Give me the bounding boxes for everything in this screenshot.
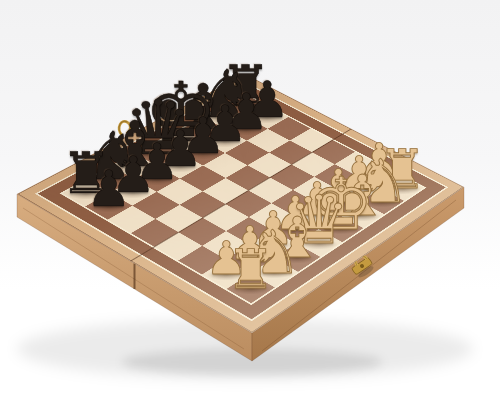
white-rook-a1: ♜ xyxy=(227,243,275,297)
chess-set-photo: ♜♞♝♛♚♝♞♜♟♟♟♟♟♟♟♟♟♟♟♟♟♟♟♟♜♞♝♛♚♝♞♜ xyxy=(0,0,500,402)
pieces-layer: ♜♞♝♛♚♝♞♜♟♟♟♟♟♟♟♟♟♟♟♟♟♟♟♟♜♞♝♛♚♝♞♜ xyxy=(0,0,500,402)
black-pawn-a7: ♟ xyxy=(86,164,131,214)
